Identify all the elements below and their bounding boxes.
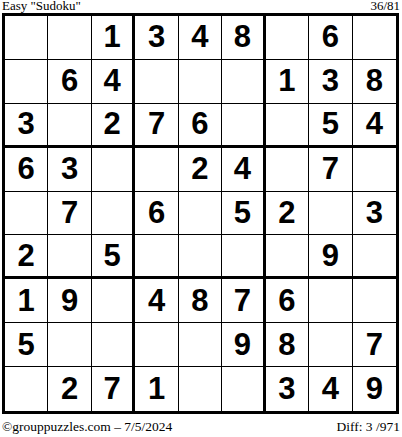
cell-r9c2[interactable]: 2 [48,367,91,411]
cell-r8c8[interactable] [309,323,352,367]
cell-r3c1[interactable]: 3 [5,104,48,148]
cell-r4c9[interactable] [353,148,396,192]
cell-r5c7[interactable]: 2 [266,192,309,236]
cell-r9c6[interactable] [222,367,265,411]
cell-r9c8[interactable]: 4 [309,367,352,411]
cell-r3c5[interactable]: 6 [179,104,222,148]
cell-r7c6[interactable]: 7 [222,279,265,323]
cell-r3c2[interactable] [48,104,91,148]
cell-r4c3[interactable] [92,148,135,192]
cell-r6c4[interactable] [135,235,178,279]
cell-r7c5[interactable]: 8 [179,279,222,323]
cell-r6c1[interactable]: 2 [5,235,48,279]
clue-counter: 36/81 [370,0,400,13]
cell-r1c9[interactable] [353,16,396,60]
page-header: Easy "Sudoku" 36/81 [2,0,400,13]
cell-r9c4[interactable]: 1 [135,367,178,411]
cell-r8c5[interactable] [179,323,222,367]
cell-r1c2[interactable] [48,16,91,60]
cell-r1c1[interactable] [5,16,48,60]
cell-r5c6[interactable]: 5 [222,192,265,236]
cell-r8c7[interactable]: 8 [266,323,309,367]
cell-r2c7[interactable]: 1 [266,60,309,104]
cell-r4c4[interactable] [135,148,178,192]
cell-r3c7[interactable] [266,104,309,148]
cell-r6c6[interactable] [222,235,265,279]
cell-r5c1[interactable] [5,192,48,236]
cell-r4c1[interactable]: 6 [5,148,48,192]
cell-r5c9[interactable]: 3 [353,192,396,236]
cell-r2c8[interactable]: 3 [309,60,352,104]
cell-r7c2[interactable]: 9 [48,279,91,323]
cell-r7c8[interactable] [309,279,352,323]
cell-r2c3[interactable]: 4 [92,60,135,104]
cell-r9c3[interactable]: 7 [92,367,135,411]
cell-r1c8[interactable]: 6 [309,16,352,60]
cell-r4c2[interactable]: 3 [48,148,91,192]
cell-r5c8[interactable] [309,192,352,236]
cell-r6c9[interactable] [353,235,396,279]
cell-r7c3[interactable] [92,279,135,323]
page-footer: ©grouppuzzles.com – 7/5/2024 Diff: 3 /97… [2,419,400,435]
cell-r8c9[interactable]: 7 [353,323,396,367]
cell-r2c1[interactable] [5,60,48,104]
copyright-credit: ©grouppuzzles.com – 7/5/2024 [2,419,172,435]
cell-r5c5[interactable] [179,192,222,236]
cell-r2c4[interactable] [135,60,178,104]
cell-r9c9[interactable]: 9 [353,367,396,411]
cell-r8c2[interactable] [48,323,91,367]
cell-r2c9[interactable]: 8 [353,60,396,104]
cell-r4c7[interactable] [266,148,309,192]
cell-r7c9[interactable] [353,279,396,323]
cell-r1c4[interactable]: 3 [135,16,178,60]
cell-r6c3[interactable]: 5 [92,235,135,279]
cell-r9c5[interactable] [179,367,222,411]
cell-r4c5[interactable]: 2 [179,148,222,192]
cell-r9c7[interactable]: 3 [266,367,309,411]
puzzle-title: Easy "Sudoku" [2,0,81,13]
cell-r3c8[interactable]: 5 [309,104,352,148]
cell-r3c3[interactable]: 2 [92,104,135,148]
cell-r5c3[interactable] [92,192,135,236]
cell-r2c6[interactable] [222,60,265,104]
cell-r2c2[interactable]: 6 [48,60,91,104]
cell-r1c3[interactable]: 1 [92,16,135,60]
cell-r3c9[interactable]: 4 [353,104,396,148]
cell-r1c5[interactable]: 4 [179,16,222,60]
cell-r7c1[interactable]: 1 [5,279,48,323]
cell-r7c4[interactable]: 4 [135,279,178,323]
cell-r8c3[interactable] [92,323,135,367]
cell-r8c1[interactable]: 5 [5,323,48,367]
cell-r7c7[interactable]: 6 [266,279,309,323]
cell-r4c8[interactable]: 7 [309,148,352,192]
cell-r8c6[interactable]: 9 [222,323,265,367]
cell-r5c4[interactable]: 6 [135,192,178,236]
cell-r6c7[interactable] [266,235,309,279]
cell-r3c6[interactable] [222,104,265,148]
cell-r6c8[interactable]: 9 [309,235,352,279]
cell-r4c6[interactable]: 4 [222,148,265,192]
cell-r6c5[interactable] [179,235,222,279]
cell-r5c2[interactable]: 7 [48,192,91,236]
cell-r6c2[interactable] [48,235,91,279]
cell-r9c1[interactable] [5,367,48,411]
cell-r1c6[interactable]: 8 [222,16,265,60]
cell-r1c7[interactable] [266,16,309,60]
sudoku-grid: 1348664138327654632477652325919487659872… [2,13,399,414]
difficulty-label: Diff: 3 /971 [337,419,401,435]
cell-r8c4[interactable] [135,323,178,367]
cell-r2c5[interactable] [179,60,222,104]
cell-r3c4[interactable]: 7 [135,104,178,148]
